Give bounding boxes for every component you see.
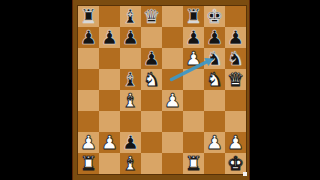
square-c6[interactable] (120, 48, 141, 69)
square-e8[interactable] (162, 6, 183, 27)
piece-white-pawn[interactable]: ♟ (78, 132, 99, 153)
square-b3[interactable] (99, 111, 120, 132)
square-a1[interactable]: ♜ (78, 153, 99, 174)
chess-board-frame: ♜♝♛♜♚♟♟♟♟♟♟♟♟♞♞♝♞♞♛♝♟♟♟♟♟♟♜♝♜♚ (72, 0, 250, 180)
piece-black-rook[interactable]: ♜ (183, 6, 204, 27)
square-c5[interactable]: ♝ (120, 69, 141, 90)
square-b5[interactable] (99, 69, 120, 90)
square-a2[interactable]: ♟ (78, 132, 99, 153)
square-a8[interactable]: ♜ (78, 6, 99, 27)
square-b6[interactable] (99, 48, 120, 69)
piece-white-king[interactable]: ♚ (225, 153, 246, 174)
piece-black-pawn[interactable]: ♟ (78, 27, 99, 48)
square-h4[interactable] (225, 90, 246, 111)
square-f4[interactable] (183, 90, 204, 111)
square-f8[interactable]: ♜ (183, 6, 204, 27)
square-h3[interactable] (225, 111, 246, 132)
square-b4[interactable] (99, 90, 120, 111)
square-h1[interactable]: ♚ (225, 153, 246, 174)
square-f3[interactable] (183, 111, 204, 132)
piece-black-knight[interactable]: ♞ (204, 48, 225, 69)
piece-white-pawn[interactable]: ♟ (99, 132, 120, 153)
piece-black-bishop[interactable]: ♝ (120, 69, 141, 90)
square-g5[interactable]: ♞ (204, 69, 225, 90)
piece-white-pawn[interactable]: ♟ (225, 132, 246, 153)
square-b8[interactable] (99, 6, 120, 27)
piece-black-pawn[interactable]: ♟ (99, 27, 120, 48)
square-g1[interactable] (204, 153, 225, 174)
square-e1[interactable] (162, 153, 183, 174)
square-g6[interactable]: ♞ (204, 48, 225, 69)
square-g3[interactable] (204, 111, 225, 132)
piece-black-pawn[interactable]: ♟ (141, 48, 162, 69)
piece-white-knight[interactable]: ♞ (141, 69, 162, 90)
square-c7[interactable]: ♟ (120, 27, 141, 48)
square-c2[interactable]: ♟ (120, 132, 141, 153)
square-e4[interactable]: ♟ (162, 90, 183, 111)
piece-white-bishop[interactable]: ♝ (120, 153, 141, 174)
square-a4[interactable] (78, 90, 99, 111)
piece-black-king[interactable]: ♚ (204, 6, 225, 27)
piece-black-pawn[interactable]: ♟ (225, 27, 246, 48)
square-h6[interactable]: ♞ (225, 48, 246, 69)
square-b2[interactable]: ♟ (99, 132, 120, 153)
square-h5[interactable]: ♛ (225, 69, 246, 90)
square-d5[interactable]: ♞ (141, 69, 162, 90)
piece-white-knight[interactable]: ♞ (204, 69, 225, 90)
square-a3[interactable] (78, 111, 99, 132)
square-e6[interactable] (162, 48, 183, 69)
piece-black-queen[interactable]: ♛ (141, 6, 162, 27)
piece-black-pawn[interactable]: ♟ (204, 27, 225, 48)
square-c1[interactable]: ♝ (120, 153, 141, 174)
piece-white-bishop[interactable]: ♝ (120, 90, 141, 111)
piece-black-rook[interactable]: ♜ (78, 6, 99, 27)
watermark-dot (243, 172, 247, 176)
chess-board[interactable]: ♜♝♛♜♚♟♟♟♟♟♟♟♟♞♞♝♞♞♛♝♟♟♟♟♟♟♜♝♜♚ (78, 6, 246, 174)
square-d3[interactable] (141, 111, 162, 132)
piece-white-queen[interactable]: ♛ (225, 69, 246, 90)
square-f6[interactable]: ♟ (183, 48, 204, 69)
square-e7[interactable] (162, 27, 183, 48)
square-f1[interactable]: ♜ (183, 153, 204, 174)
square-a5[interactable] (78, 69, 99, 90)
square-g4[interactable] (204, 90, 225, 111)
square-c3[interactable] (120, 111, 141, 132)
square-f5[interactable] (183, 69, 204, 90)
piece-black-bishop[interactable]: ♝ (120, 6, 141, 27)
piece-black-pawn[interactable]: ♟ (120, 27, 141, 48)
square-a6[interactable] (78, 48, 99, 69)
square-d6[interactable]: ♟ (141, 48, 162, 69)
square-d8[interactable]: ♛ (141, 6, 162, 27)
square-f2[interactable] (183, 132, 204, 153)
square-e2[interactable] (162, 132, 183, 153)
piece-white-pawn[interactable]: ♟ (183, 48, 204, 69)
square-f7[interactable]: ♟ (183, 27, 204, 48)
square-d7[interactable] (141, 27, 162, 48)
piece-white-rook[interactable]: ♜ (183, 153, 204, 174)
square-e3[interactable] (162, 111, 183, 132)
piece-black-pawn[interactable]: ♟ (183, 27, 204, 48)
letterboxed-stage: ♜♝♛♜♚♟♟♟♟♟♟♟♟♞♞♝♞♞♛♝♟♟♟♟♟♟♜♝♜♚ (0, 0, 320, 180)
piece-white-rook[interactable]: ♜ (78, 153, 99, 174)
piece-white-pawn[interactable]: ♟ (204, 132, 225, 153)
square-d2[interactable] (141, 132, 162, 153)
square-h2[interactable]: ♟ (225, 132, 246, 153)
piece-black-knight[interactable]: ♞ (225, 48, 246, 69)
square-c8[interactable]: ♝ (120, 6, 141, 27)
square-a7[interactable]: ♟ (78, 27, 99, 48)
square-c4[interactable]: ♝ (120, 90, 141, 111)
square-h8[interactable] (225, 6, 246, 27)
square-g8[interactable]: ♚ (204, 6, 225, 27)
square-e5[interactable] (162, 69, 183, 90)
square-b1[interactable] (99, 153, 120, 174)
piece-white-pawn[interactable]: ♟ (162, 90, 183, 111)
square-h7[interactable]: ♟ (225, 27, 246, 48)
square-d1[interactable] (141, 153, 162, 174)
piece-black-pawn[interactable]: ♟ (120, 132, 141, 153)
square-g2[interactable]: ♟ (204, 132, 225, 153)
square-d4[interactable] (141, 90, 162, 111)
square-g7[interactable]: ♟ (204, 27, 225, 48)
square-b7[interactable]: ♟ (99, 27, 120, 48)
